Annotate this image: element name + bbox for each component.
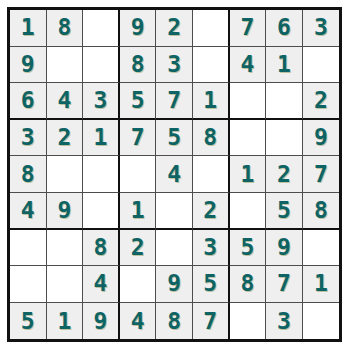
cell-r3c8[interactable] — [266, 83, 303, 120]
cell-r5c1: 8 — [10, 156, 47, 193]
cell-r4c6: 8 — [193, 120, 230, 157]
cell-r2c3[interactable] — [83, 47, 120, 84]
cell-r9c7[interactable] — [230, 303, 267, 340]
cell-r2c5: 3 — [156, 47, 193, 84]
cell-r4c8[interactable] — [266, 120, 303, 157]
cell-r3c1: 6 — [10, 83, 47, 120]
cell-r2c2[interactable] — [47, 47, 84, 84]
cell-r3c5: 7 — [156, 83, 193, 120]
cell-r9c3: 9 — [83, 303, 120, 340]
cell-r8c5: 9 — [156, 266, 193, 303]
cell-r6c4: 1 — [120, 193, 157, 230]
cell-r4c4: 7 — [120, 120, 157, 157]
cell-r7c7: 5 — [230, 230, 267, 267]
cell-r2c4: 8 — [120, 47, 157, 84]
cell-r1c3[interactable] — [83, 10, 120, 47]
cell-r8c7: 8 — [230, 266, 267, 303]
cell-r2c7: 4 — [230, 47, 267, 84]
cell-r3c3: 3 — [83, 83, 120, 120]
cell-r1c2: 8 — [47, 10, 84, 47]
cell-r7c8: 9 — [266, 230, 303, 267]
cell-r2c8: 1 — [266, 47, 303, 84]
cell-r3c4: 5 — [120, 83, 157, 120]
cell-r4c2: 2 — [47, 120, 84, 157]
cell-r6c1: 4 — [10, 193, 47, 230]
cell-r8c3: 4 — [83, 266, 120, 303]
cell-r6c2: 9 — [47, 193, 84, 230]
cell-r7c2[interactable] — [47, 230, 84, 267]
cell-r3c2: 4 — [47, 83, 84, 120]
cell-r4c3: 1 — [83, 120, 120, 157]
cell-r8c2[interactable] — [47, 266, 84, 303]
cell-r1c5: 2 — [156, 10, 193, 47]
cell-r6c9: 8 — [303, 193, 340, 230]
cell-r8c1[interactable] — [10, 266, 47, 303]
cell-r4c1: 3 — [10, 120, 47, 157]
cell-r5c2[interactable] — [47, 156, 84, 193]
cell-r5c5: 4 — [156, 156, 193, 193]
cell-r8c4[interactable] — [120, 266, 157, 303]
cell-r4c5: 5 — [156, 120, 193, 157]
cell-r7c6: 3 — [193, 230, 230, 267]
cell-r6c7[interactable] — [230, 193, 267, 230]
cell-r4c7[interactable] — [230, 120, 267, 157]
cell-r2c9[interactable] — [303, 47, 340, 84]
cell-r7c9[interactable] — [303, 230, 340, 267]
cell-r5c7: 1 — [230, 156, 267, 193]
sudoku-board: 1892763983416435712321758984127491258823… — [7, 7, 342, 342]
cell-r3c6: 1 — [193, 83, 230, 120]
sudoku-grid: 1892763983416435712321758984127491258823… — [10, 10, 339, 339]
cell-r8c9: 1 — [303, 266, 340, 303]
cell-r5c9: 7 — [303, 156, 340, 193]
cell-r9c5: 8 — [156, 303, 193, 340]
cell-r2c1: 9 — [10, 47, 47, 84]
cell-r9c2: 1 — [47, 303, 84, 340]
cell-r1c1: 1 — [10, 10, 47, 47]
cell-r9c6: 7 — [193, 303, 230, 340]
cell-r9c9[interactable] — [303, 303, 340, 340]
cell-r1c4: 9 — [120, 10, 157, 47]
cell-r1c8: 6 — [266, 10, 303, 47]
cell-r5c8: 2 — [266, 156, 303, 193]
cell-r1c7: 7 — [230, 10, 267, 47]
cell-r4c9: 9 — [303, 120, 340, 157]
cell-r2c6[interactable] — [193, 47, 230, 84]
cell-r7c4: 2 — [120, 230, 157, 267]
cell-r6c6: 2 — [193, 193, 230, 230]
cell-r7c5[interactable] — [156, 230, 193, 267]
cell-r1c6[interactable] — [193, 10, 230, 47]
cell-r7c1[interactable] — [10, 230, 47, 267]
cell-r5c6[interactable] — [193, 156, 230, 193]
cell-r6c8: 5 — [266, 193, 303, 230]
cell-r8c6: 5 — [193, 266, 230, 303]
cell-r6c3[interactable] — [83, 193, 120, 230]
cell-r5c4[interactable] — [120, 156, 157, 193]
cell-r9c1: 5 — [10, 303, 47, 340]
cell-r9c4: 4 — [120, 303, 157, 340]
cell-r8c8: 7 — [266, 266, 303, 303]
cell-r3c9: 2 — [303, 83, 340, 120]
cell-r1c9: 3 — [303, 10, 340, 47]
cell-r6c5[interactable] — [156, 193, 193, 230]
cell-r3c7[interactable] — [230, 83, 267, 120]
cell-r5c3[interactable] — [83, 156, 120, 193]
cell-r9c8: 3 — [266, 303, 303, 340]
cell-r7c3: 8 — [83, 230, 120, 267]
